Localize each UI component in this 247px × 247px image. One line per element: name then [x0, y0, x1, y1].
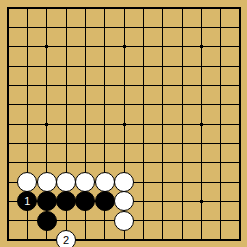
stone-black[interactable]	[95, 191, 115, 211]
stone-black[interactable]	[56, 191, 76, 211]
stone-white[interactable]	[95, 172, 115, 192]
go-board-diagram: 12	[0, 0, 247, 247]
stone-white[interactable]	[114, 211, 134, 231]
stone-white[interactable]	[114, 172, 134, 192]
stone-white[interactable]	[75, 172, 95, 192]
stones-layer: 12	[0, 0, 247, 247]
stone-white-move-2[interactable]: 2	[56, 230, 76, 247]
stone-white[interactable]	[56, 172, 76, 192]
stone-black[interactable]	[37, 211, 57, 231]
stone-white[interactable]	[37, 172, 57, 192]
stone-black-move-1[interactable]: 1	[17, 191, 37, 211]
stone-black[interactable]	[75, 191, 95, 211]
stone-white[interactable]	[17, 172, 37, 192]
stone-white[interactable]	[114, 191, 134, 211]
stone-black[interactable]	[37, 191, 57, 211]
